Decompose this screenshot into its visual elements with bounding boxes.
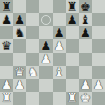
square-c1[interactable] xyxy=(26,92,39,105)
black-pawn-icon[interactable]: ♟ xyxy=(41,39,52,51)
square-f8[interactable]: ♜ xyxy=(66,0,79,13)
square-h5[interactable] xyxy=(92,39,105,52)
white-knight-icon[interactable]: ♞ xyxy=(27,66,38,78)
square-c8[interactable] xyxy=(26,0,39,13)
white-bishop-icon[interactable]: ♝ xyxy=(54,66,65,78)
square-g6[interactable]: ♟ xyxy=(79,26,92,39)
square-d1[interactable] xyxy=(39,92,52,105)
square-d6[interactable] xyxy=(39,26,52,39)
chess-board: ♜♜♚♟♟♟♝♞♟♟♛♟♟♟♛♞♝♟♟♟♟♜♜♚ xyxy=(0,0,105,105)
square-g7[interactable]: ♝ xyxy=(79,13,92,26)
square-d3[interactable] xyxy=(39,66,52,79)
white-pawn-icon[interactable]: ♟ xyxy=(54,39,65,51)
square-a4[interactable] xyxy=(0,53,13,66)
square-g5[interactable] xyxy=(79,39,92,52)
square-f7[interactable]: ♟ xyxy=(66,13,79,26)
square-f4[interactable] xyxy=(66,53,79,66)
square-e8[interactable] xyxy=(53,0,66,13)
white-rook-icon[interactable]: ♜ xyxy=(1,92,12,104)
black-king-icon[interactable]: ♚ xyxy=(80,0,91,12)
square-c4[interactable] xyxy=(26,53,39,66)
black-rook-icon[interactable]: ♜ xyxy=(1,0,12,12)
square-a7[interactable]: ♟ xyxy=(0,13,13,26)
square-a5[interactable]: ♛ xyxy=(0,39,13,52)
square-h1[interactable] xyxy=(92,92,105,105)
black-pawn-icon[interactable]: ♟ xyxy=(1,13,12,25)
white-king-icon[interactable]: ♚ xyxy=(80,92,91,104)
square-b8[interactable] xyxy=(13,0,26,13)
square-c3[interactable]: ♞ xyxy=(26,66,39,79)
square-b6[interactable]: ♞ xyxy=(13,26,26,39)
black-bishop-icon[interactable]: ♝ xyxy=(80,13,91,25)
square-d2[interactable] xyxy=(39,79,52,92)
square-e1[interactable] xyxy=(53,92,66,105)
square-a6[interactable] xyxy=(0,26,13,39)
square-b3[interactable]: ♛ xyxy=(13,66,26,79)
square-a1[interactable]: ♜ xyxy=(0,92,13,105)
white-pawn-icon[interactable]: ♟ xyxy=(41,53,52,65)
square-h7[interactable] xyxy=(92,13,105,26)
square-f6[interactable] xyxy=(66,26,79,39)
square-c5[interactable] xyxy=(26,39,39,52)
square-a2[interactable]: ♟ xyxy=(0,79,13,92)
white-rook-icon[interactable]: ♜ xyxy=(67,92,78,104)
white-queen-icon[interactable]: ♛ xyxy=(14,66,25,78)
square-g8[interactable]: ♚ xyxy=(79,0,92,13)
white-pawn-icon[interactable]: ♟ xyxy=(93,79,104,91)
square-h2[interactable]: ♟ xyxy=(92,79,105,92)
square-e4[interactable] xyxy=(53,53,66,66)
black-pawn-icon[interactable]: ♟ xyxy=(67,13,78,25)
square-e2[interactable] xyxy=(53,79,66,92)
square-h4[interactable] xyxy=(92,53,105,66)
square-a8[interactable]: ♜ xyxy=(0,0,13,13)
white-pawn-icon[interactable]: ♟ xyxy=(14,79,25,91)
square-h6[interactable] xyxy=(92,26,105,39)
square-e6[interactable]: ♟ xyxy=(53,26,66,39)
square-c2[interactable] xyxy=(26,79,39,92)
black-knight-icon[interactable]: ♞ xyxy=(14,26,25,38)
white-pawn-icon[interactable]: ♟ xyxy=(80,79,91,91)
square-f2[interactable] xyxy=(66,79,79,92)
square-a3[interactable] xyxy=(0,66,13,79)
square-d4[interactable]: ♟ xyxy=(39,53,52,66)
square-d7[interactable] xyxy=(39,13,52,26)
square-b7[interactable]: ♟ xyxy=(13,13,26,26)
square-f1[interactable]: ♜ xyxy=(66,92,79,105)
square-c6[interactable] xyxy=(26,26,39,39)
square-f3[interactable] xyxy=(66,66,79,79)
black-queen-icon[interactable]: ♛ xyxy=(1,39,12,51)
square-c7[interactable] xyxy=(26,13,39,26)
square-b4[interactable] xyxy=(13,53,26,66)
move-hint-circle xyxy=(41,15,51,25)
square-h8[interactable] xyxy=(92,0,105,13)
black-pawn-icon[interactable]: ♟ xyxy=(80,26,91,38)
square-g1[interactable]: ♚ xyxy=(79,92,92,105)
black-rook-icon[interactable]: ♜ xyxy=(67,0,78,12)
square-d8[interactable] xyxy=(39,0,52,13)
square-g2[interactable]: ♟ xyxy=(79,79,92,92)
square-e3[interactable]: ♝ xyxy=(53,66,66,79)
square-f5[interactable] xyxy=(66,39,79,52)
square-e7[interactable] xyxy=(53,13,66,26)
black-pawn-icon[interactable]: ♟ xyxy=(54,26,65,38)
square-b1[interactable] xyxy=(13,92,26,105)
square-e5[interactable]: ♟ xyxy=(53,39,66,52)
square-b5[interactable] xyxy=(13,39,26,52)
square-h3[interactable] xyxy=(92,66,105,79)
black-pawn-icon[interactable]: ♟ xyxy=(14,13,25,25)
white-pawn-icon[interactable]: ♟ xyxy=(1,79,12,91)
square-g4[interactable] xyxy=(79,53,92,66)
square-d5[interactable]: ♟ xyxy=(39,39,52,52)
square-g3[interactable] xyxy=(79,66,92,79)
square-b2[interactable]: ♟ xyxy=(13,79,26,92)
